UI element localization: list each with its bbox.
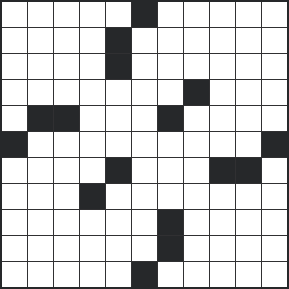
grid-cell[interactable] [210, 54, 235, 79]
grid-cell[interactable] [262, 54, 287, 79]
grid-cell[interactable] [262, 262, 287, 287]
crossword-board [0, 0, 289, 289]
grid-cell[interactable] [158, 158, 183, 183]
grid-cell[interactable] [106, 132, 131, 157]
black-cell [106, 158, 131, 183]
grid-cell[interactable] [132, 184, 157, 209]
grid-cell[interactable] [54, 2, 79, 27]
grid-cell[interactable] [28, 2, 53, 27]
grid-cell[interactable] [210, 184, 235, 209]
grid-cell[interactable] [54, 132, 79, 157]
grid-cell[interactable] [236, 132, 261, 157]
grid-cell[interactable] [80, 80, 105, 105]
grid-cell[interactable] [132, 210, 157, 235]
grid-cell[interactable] [80, 2, 105, 27]
grid-cell[interactable] [132, 236, 157, 261]
grid-cell[interactable] [28, 54, 53, 79]
grid-cell[interactable] [210, 132, 235, 157]
grid-cell[interactable] [80, 106, 105, 131]
grid-cell[interactable] [236, 28, 261, 53]
grid-cell[interactable] [80, 236, 105, 261]
grid-cell[interactable] [2, 236, 27, 261]
grid-cell[interactable] [184, 28, 209, 53]
grid-cell[interactable] [28, 132, 53, 157]
grid-cell[interactable] [106, 262, 131, 287]
grid-cell[interactable] [132, 54, 157, 79]
grid-cell[interactable] [158, 2, 183, 27]
grid-cell[interactable] [210, 80, 235, 105]
grid-cell[interactable] [236, 80, 261, 105]
black-cell [80, 184, 105, 209]
grid-cell[interactable] [210, 106, 235, 131]
grid-cell[interactable] [184, 158, 209, 183]
grid-cell[interactable] [28, 210, 53, 235]
grid-cell[interactable] [54, 80, 79, 105]
grid-cell[interactable] [28, 262, 53, 287]
grid-cell[interactable] [106, 80, 131, 105]
grid-cell[interactable] [132, 80, 157, 105]
grid-cell[interactable] [28, 236, 53, 261]
grid-cell[interactable] [80, 210, 105, 235]
grid-cell[interactable] [132, 28, 157, 53]
grid-cell[interactable] [2, 80, 27, 105]
grid-cell[interactable] [158, 54, 183, 79]
grid-cell[interactable] [28, 158, 53, 183]
grid-cell[interactable] [262, 236, 287, 261]
grid-cell[interactable] [106, 184, 131, 209]
grid-cell[interactable] [236, 106, 261, 131]
grid-cell[interactable] [184, 262, 209, 287]
grid-cell[interactable] [2, 28, 27, 53]
grid-cell[interactable] [80, 158, 105, 183]
grid-cell[interactable] [184, 236, 209, 261]
grid-cell[interactable] [262, 210, 287, 235]
grid-cell[interactable] [158, 80, 183, 105]
grid-cell[interactable] [2, 184, 27, 209]
grid-cell[interactable] [54, 54, 79, 79]
grid-cell[interactable] [262, 2, 287, 27]
grid-cell[interactable] [54, 184, 79, 209]
grid-cell[interactable] [28, 80, 53, 105]
grid-cell[interactable] [262, 106, 287, 131]
black-cell [132, 2, 157, 27]
black-cell [236, 158, 261, 183]
grid-cell[interactable] [54, 236, 79, 261]
grid-cell[interactable] [184, 54, 209, 79]
black-cell [262, 132, 287, 157]
grid-cell[interactable] [236, 210, 261, 235]
grid-cell[interactable] [54, 28, 79, 53]
grid-cell[interactable] [184, 106, 209, 131]
grid-cell[interactable] [158, 184, 183, 209]
grid-cell[interactable] [106, 210, 131, 235]
grid-cell[interactable] [2, 54, 27, 79]
grid-cell[interactable] [54, 262, 79, 287]
grid-cell[interactable] [28, 184, 53, 209]
grid-cell[interactable] [106, 106, 131, 131]
black-cell [184, 80, 209, 105]
black-cell [106, 28, 131, 53]
grid-cell[interactable] [2, 210, 27, 235]
grid-cell[interactable] [210, 236, 235, 261]
black-cell [54, 106, 79, 131]
grid-cell[interactable] [80, 28, 105, 53]
grid-cell[interactable] [262, 80, 287, 105]
grid-cell[interactable] [210, 210, 235, 235]
grid-cell[interactable] [2, 262, 27, 287]
grid-cell[interactable] [184, 132, 209, 157]
grid-cell[interactable] [54, 210, 79, 235]
grid-cell[interactable] [262, 28, 287, 53]
grid-cell[interactable] [2, 158, 27, 183]
grid-cell[interactable] [236, 2, 261, 27]
grid-cell[interactable] [80, 262, 105, 287]
grid-cell[interactable] [132, 158, 157, 183]
grid-cell[interactable] [2, 106, 27, 131]
black-cell [158, 210, 183, 235]
grid-cell[interactable] [132, 132, 157, 157]
grid-cell[interactable] [236, 262, 261, 287]
grid-cell[interactable] [236, 184, 261, 209]
grid-cell[interactable] [210, 28, 235, 53]
grid-cell[interactable] [2, 2, 27, 27]
grid-cell[interactable] [236, 236, 261, 261]
black-cell [158, 236, 183, 261]
grid-cell[interactable] [106, 2, 131, 27]
grid-cell[interactable] [210, 262, 235, 287]
grid-cell[interactable] [210, 2, 235, 27]
grid-cell[interactable] [262, 158, 287, 183]
grid-cell[interactable] [158, 28, 183, 53]
grid-cell[interactable] [184, 2, 209, 27]
black-cell [28, 106, 53, 131]
grid-cell[interactable] [28, 28, 53, 53]
grid-cell[interactable] [54, 158, 79, 183]
black-cell [132, 262, 157, 287]
grid-cell[interactable] [262, 184, 287, 209]
grid-cell[interactable] [80, 54, 105, 79]
grid-cell[interactable] [158, 262, 183, 287]
grid-cell[interactable] [184, 210, 209, 235]
grid-cell[interactable] [158, 132, 183, 157]
black-cell [158, 106, 183, 131]
black-cell [210, 158, 235, 183]
grid-cell[interactable] [236, 54, 261, 79]
crossword-grid [0, 0, 289, 289]
black-cell [106, 54, 131, 79]
grid-cell[interactable] [80, 132, 105, 157]
grid-cell[interactable] [106, 236, 131, 261]
grid-cell[interactable] [184, 184, 209, 209]
grid-cell[interactable] [132, 106, 157, 131]
black-cell [2, 132, 27, 157]
